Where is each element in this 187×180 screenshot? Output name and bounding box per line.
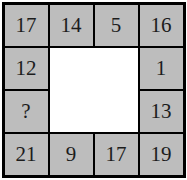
cell-r1c4: 16 (140, 5, 183, 46)
cell-r1c3: 5 (95, 5, 138, 46)
cell-r4c1: 21 (5, 134, 48, 175)
page: 1714516121?132191719 (0, 0, 187, 180)
puzzle-board: 1714516121?132191719 (2, 2, 186, 178)
cell-r1c2: 14 (50, 5, 93, 46)
cell-r4c4: 19 (140, 134, 183, 175)
center-empty-area (50, 48, 138, 132)
cell-r2c4: 1 (140, 48, 183, 89)
cell-unknown-r3c1: ? (5, 91, 48, 132)
cell-r4c2: 9 (50, 134, 93, 175)
cell-r4c3: 17 (95, 134, 138, 175)
cell-r3c4: 13 (140, 91, 183, 132)
cell-r2c1: 12 (5, 48, 48, 89)
cell-r1c1: 17 (5, 5, 48, 46)
